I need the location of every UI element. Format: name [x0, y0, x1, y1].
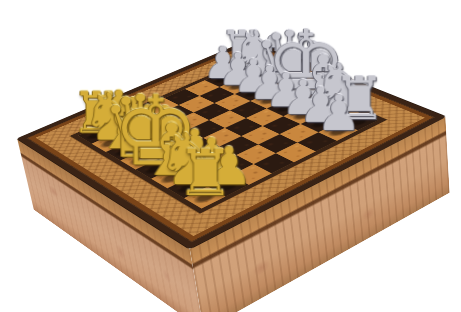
board-top: ♜♟♟♜♞♟♟♞♝♟♟♝♛♟♟♛♚♟♟♚♝♟♟♝♞♟♟♞♜♟♟♜: [17, 39, 445, 249]
perspective-wrapper: ♜♟♟♜♞♟♟♞♝♟♟♝♛♟♟♛♚♟♟♚♝♟♟♝♞♟♟♞♜♟♟♜: [0, 0, 461, 312]
chess-set-photo: ♜♟♟♜♞♟♟♞♝♟♟♝♛♟♟♛♚♟♟♚♝♟♟♝♞♟♟♞♜♟♟♜: [0, 0, 461, 312]
